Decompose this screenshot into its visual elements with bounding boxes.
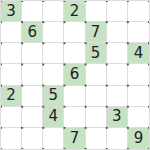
empty-cell[interactable] — [107, 22, 128, 43]
empty-cell[interactable] — [1, 43, 22, 64]
empty-cell[interactable] — [86, 107, 107, 128]
empty-cell[interactable] — [86, 1, 107, 22]
empty-cell[interactable] — [86, 86, 107, 107]
given-cell: 4 — [43, 107, 64, 128]
empty-cell[interactable] — [64, 107, 85, 128]
given-cell: 2 — [1, 86, 22, 107]
empty-cell[interactable] — [128, 22, 149, 43]
cell-grid: 3267546254379 — [1, 1, 149, 149]
empty-cell[interactable] — [86, 128, 107, 149]
empty-cell[interactable] — [128, 1, 149, 22]
empty-cell[interactable] — [43, 1, 64, 22]
given-cell: 2 — [64, 1, 85, 22]
empty-cell[interactable] — [22, 1, 43, 22]
given-cell: 3 — [1, 1, 22, 22]
empty-cell[interactable] — [43, 43, 64, 64]
empty-cell[interactable] — [107, 86, 128, 107]
given-cell: 9 — [128, 128, 149, 149]
given-cell: 5 — [86, 43, 107, 64]
empty-cell[interactable] — [22, 64, 43, 85]
given-cell: 7 — [86, 22, 107, 43]
empty-cell[interactable] — [86, 64, 107, 85]
given-cell: 6 — [64, 64, 85, 85]
puzzle-board: 3267546254379 — [0, 0, 150, 150]
empty-cell[interactable] — [128, 107, 149, 128]
empty-cell[interactable] — [22, 43, 43, 64]
empty-cell[interactable] — [22, 128, 43, 149]
given-cell: 4 — [128, 43, 149, 64]
empty-cell[interactable] — [1, 22, 22, 43]
empty-cell[interactable] — [128, 64, 149, 85]
given-cell: 6 — [22, 22, 43, 43]
given-cell: 7 — [64, 128, 85, 149]
empty-cell[interactable] — [64, 22, 85, 43]
empty-cell[interactable] — [107, 43, 128, 64]
empty-cell[interactable] — [107, 128, 128, 149]
empty-cell[interactable] — [107, 1, 128, 22]
empty-cell[interactable] — [1, 107, 22, 128]
empty-cell[interactable] — [1, 64, 22, 85]
empty-cell[interactable] — [43, 64, 64, 85]
empty-cell[interactable] — [107, 64, 128, 85]
empty-cell[interactable] — [22, 86, 43, 107]
empty-cell[interactable] — [22, 107, 43, 128]
empty-cell[interactable] — [64, 43, 85, 64]
empty-cell[interactable] — [128, 86, 149, 107]
given-cell: 3 — [107, 107, 128, 128]
empty-cell[interactable] — [43, 128, 64, 149]
empty-cell[interactable] — [1, 128, 22, 149]
empty-cell[interactable] — [43, 22, 64, 43]
given-cell: 5 — [43, 86, 64, 107]
empty-cell[interactable] — [64, 86, 85, 107]
